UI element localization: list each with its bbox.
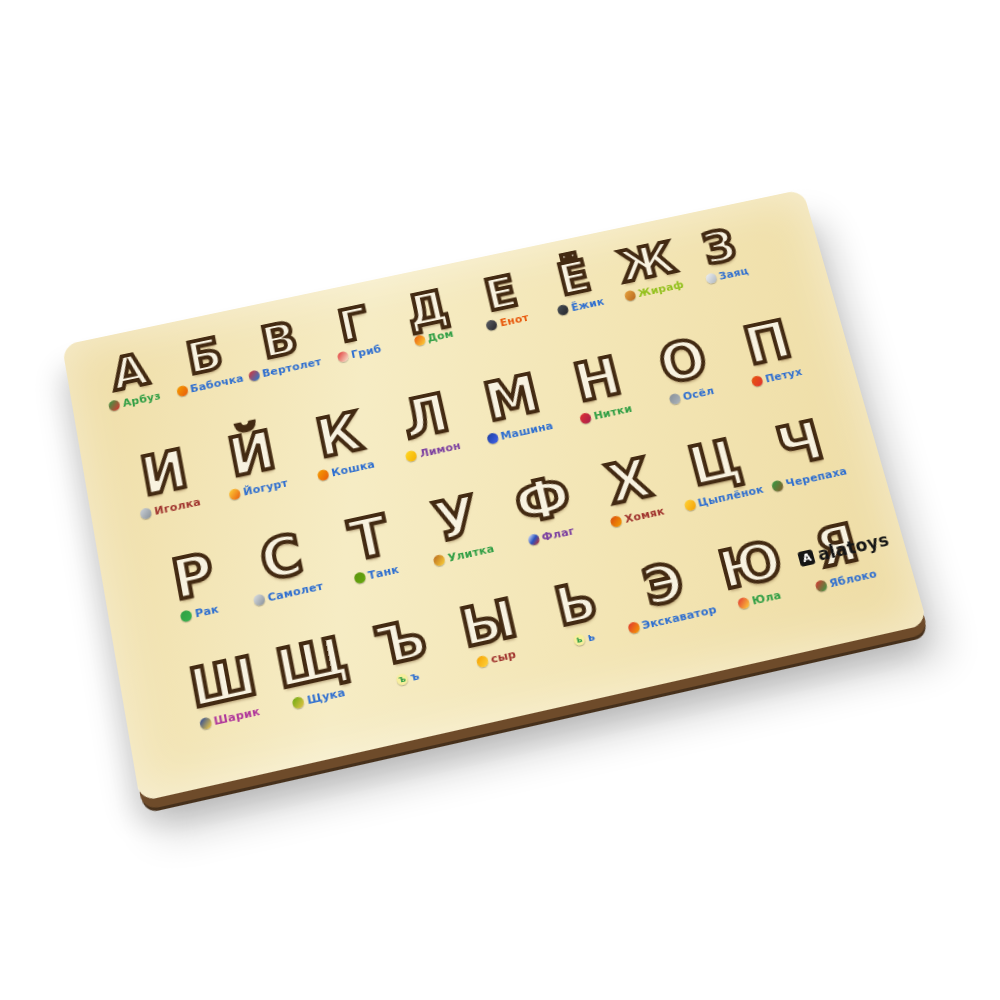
lemon-icon bbox=[405, 449, 418, 462]
slot-word: ь bbox=[586, 630, 596, 645]
russian-flag-icon bbox=[527, 533, 540, 546]
slot-word: ъ bbox=[409, 669, 420, 684]
pike-fish-icon bbox=[292, 695, 305, 709]
crayfish-icon bbox=[180, 609, 193, 622]
thread-spool-icon bbox=[579, 412, 592, 425]
excavator-icon bbox=[627, 621, 641, 634]
chick-icon bbox=[683, 499, 696, 512]
product-photo-scene: ААрбузББабочкаВВертолетГГрибДДомЕЕнотЁЁж… bbox=[0, 0, 1000, 1000]
house-icon bbox=[413, 335, 426, 347]
apple-icon bbox=[814, 579, 828, 592]
turtle-icon bbox=[771, 479, 784, 492]
butterfly-icon bbox=[176, 385, 189, 397]
hedgehog-icon bbox=[557, 304, 570, 316]
watermelon-icon bbox=[108, 399, 121, 412]
airplane-icon bbox=[253, 593, 266, 606]
donkey-icon bbox=[668, 392, 681, 404]
cheese-icon bbox=[476, 654, 489, 667]
alatoys-logo-mark: A bbox=[797, 549, 816, 567]
hard-sign-icon: ъ bbox=[395, 672, 408, 686]
raccoon-icon bbox=[486, 319, 499, 331]
needle-icon bbox=[140, 507, 153, 520]
board-rows: ААрбузББабочкаВВертолетГГрибДДомЕЕнотЁЁж… bbox=[62, 189, 928, 801]
cat-icon bbox=[317, 468, 330, 481]
mushroom-icon bbox=[337, 351, 350, 363]
yogurt-cup-icon bbox=[229, 487, 242, 500]
giraffe-icon bbox=[624, 290, 637, 302]
rabbit-icon bbox=[705, 273, 718, 285]
rooster-icon bbox=[751, 375, 764, 387]
snail-icon bbox=[433, 553, 446, 566]
car-icon bbox=[486, 432, 499, 445]
spinning-top-icon bbox=[737, 596, 751, 609]
puzzle-board: ААрбузББабочкаВВертолетГГрибДДомЕЕнотЁЁж… bbox=[62, 189, 928, 801]
hamster-icon bbox=[610, 515, 623, 528]
helicopter-icon bbox=[248, 370, 261, 382]
soft-sign-icon: ь bbox=[572, 633, 586, 646]
tank-icon bbox=[353, 571, 366, 584]
